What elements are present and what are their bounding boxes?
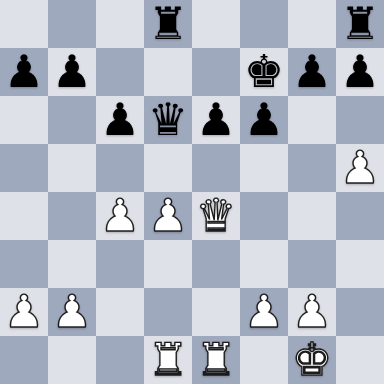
square-f6[interactable]: ♟ <box>240 96 288 144</box>
black-pawn-h7[interactable]: ♟ <box>340 48 380 96</box>
square-g5[interactable] <box>288 144 336 192</box>
square-h7[interactable]: ♟ <box>336 48 384 96</box>
square-h5[interactable]: ♟ <box>336 144 384 192</box>
white-pawn-b2[interactable]: ♟ <box>52 288 92 336</box>
square-c7[interactable] <box>96 48 144 96</box>
black-pawn-a7[interactable]: ♟ <box>4 48 44 96</box>
square-f7[interactable]: ♚ <box>240 48 288 96</box>
square-h6[interactable] <box>336 96 384 144</box>
chess-board: ♜♜♟♟♚♟♟♟♛♟♟♟♟♟♛♟♟♟♟♜♜♚ <box>0 0 384 384</box>
square-b6[interactable] <box>48 96 96 144</box>
square-d8[interactable]: ♜ <box>144 0 192 48</box>
square-g2[interactable]: ♟ <box>288 288 336 336</box>
square-h1[interactable] <box>336 336 384 384</box>
square-f2[interactable]: ♟ <box>240 288 288 336</box>
black-pawn-f6[interactable]: ♟ <box>244 96 284 144</box>
white-pawn-a2[interactable]: ♟ <box>4 288 44 336</box>
square-e3[interactable] <box>192 240 240 288</box>
square-d2[interactable] <box>144 288 192 336</box>
black-rook-d8[interactable]: ♜ <box>148 0 188 48</box>
square-b4[interactable] <box>48 192 96 240</box>
square-c3[interactable] <box>96 240 144 288</box>
square-c6[interactable]: ♟ <box>96 96 144 144</box>
white-rook-d1[interactable]: ♜ <box>148 336 188 384</box>
square-d6[interactable]: ♛ <box>144 96 192 144</box>
white-pawn-d4[interactable]: ♟ <box>148 192 188 240</box>
white-pawn-c4[interactable]: ♟ <box>100 192 140 240</box>
square-c8[interactable] <box>96 0 144 48</box>
square-g7[interactable]: ♟ <box>288 48 336 96</box>
white-queen-e4[interactable]: ♛ <box>196 192 236 240</box>
square-g3[interactable] <box>288 240 336 288</box>
square-d3[interactable] <box>144 240 192 288</box>
black-rook-h8[interactable]: ♜ <box>340 0 380 48</box>
square-b1[interactable] <box>48 336 96 384</box>
square-h2[interactable] <box>336 288 384 336</box>
square-a7[interactable]: ♟ <box>0 48 48 96</box>
square-f3[interactable] <box>240 240 288 288</box>
square-e7[interactable] <box>192 48 240 96</box>
square-d5[interactable] <box>144 144 192 192</box>
square-d4[interactable]: ♟ <box>144 192 192 240</box>
square-d7[interactable] <box>144 48 192 96</box>
square-f4[interactable] <box>240 192 288 240</box>
square-a4[interactable] <box>0 192 48 240</box>
square-b5[interactable] <box>48 144 96 192</box>
black-pawn-e6[interactable]: ♟ <box>196 96 236 144</box>
square-f8[interactable] <box>240 0 288 48</box>
square-g4[interactable] <box>288 192 336 240</box>
square-a3[interactable] <box>0 240 48 288</box>
square-h3[interactable] <box>336 240 384 288</box>
square-a5[interactable] <box>0 144 48 192</box>
square-b2[interactable]: ♟ <box>48 288 96 336</box>
white-rook-e1[interactable]: ♜ <box>196 336 236 384</box>
black-queen-d6[interactable]: ♛ <box>148 96 188 144</box>
square-c2[interactable] <box>96 288 144 336</box>
white-pawn-h5[interactable]: ♟ <box>340 144 380 192</box>
square-a1[interactable] <box>0 336 48 384</box>
square-f5[interactable] <box>240 144 288 192</box>
square-c1[interactable] <box>96 336 144 384</box>
square-c4[interactable]: ♟ <box>96 192 144 240</box>
square-a2[interactable]: ♟ <box>0 288 48 336</box>
black-pawn-b7[interactable]: ♟ <box>52 48 92 96</box>
square-b3[interactable] <box>48 240 96 288</box>
black-king-f7[interactable]: ♚ <box>244 48 284 96</box>
square-e8[interactable] <box>192 0 240 48</box>
square-g1[interactable]: ♚ <box>288 336 336 384</box>
square-b7[interactable]: ♟ <box>48 48 96 96</box>
square-b8[interactable] <box>48 0 96 48</box>
square-e2[interactable] <box>192 288 240 336</box>
square-h8[interactable]: ♜ <box>336 0 384 48</box>
square-e4[interactable]: ♛ <box>192 192 240 240</box>
square-a6[interactable] <box>0 96 48 144</box>
square-f1[interactable] <box>240 336 288 384</box>
black-pawn-c6[interactable]: ♟ <box>100 96 140 144</box>
square-e5[interactable] <box>192 144 240 192</box>
square-h4[interactable] <box>336 192 384 240</box>
white-pawn-g2[interactable]: ♟ <box>292 288 332 336</box>
white-king-g1[interactable]: ♚ <box>292 336 332 384</box>
square-c5[interactable] <box>96 144 144 192</box>
square-a8[interactable] <box>0 0 48 48</box>
square-g6[interactable] <box>288 96 336 144</box>
square-e6[interactable]: ♟ <box>192 96 240 144</box>
square-d1[interactable]: ♜ <box>144 336 192 384</box>
square-e1[interactable]: ♜ <box>192 336 240 384</box>
white-pawn-f2[interactable]: ♟ <box>244 288 284 336</box>
black-pawn-g7[interactable]: ♟ <box>292 48 332 96</box>
square-g8[interactable] <box>288 0 336 48</box>
